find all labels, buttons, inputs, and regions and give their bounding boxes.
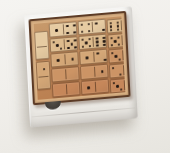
tile-half: [108, 34, 123, 49]
domino-tile[interactable]: [51, 81, 80, 97]
pip: [117, 25, 120, 28]
domino-tile[interactable]: [51, 66, 80, 82]
box-lid-and-base: [24, 6, 137, 127]
pip: [81, 38, 84, 41]
pip: [87, 23, 90, 26]
pip: [117, 43, 120, 46]
tile-half: [81, 80, 96, 95]
domino-tile[interactable]: [78, 33, 107, 49]
pip: [104, 58, 107, 61]
tile-half: [36, 46, 51, 61]
tile-half: [65, 52, 80, 67]
pip: [66, 25, 69, 28]
pip: [89, 45, 92, 48]
pip: [43, 68, 46, 71]
pip: [119, 73, 122, 76]
tile-half: [80, 50, 95, 65]
pip: [120, 88, 123, 91]
domino-tile[interactable]: [48, 21, 77, 37]
pip: [66, 32, 69, 35]
pip: [109, 22, 112, 25]
pip: [57, 59, 60, 62]
tile-divider: [124, 80, 125, 90]
tile-half: [96, 79, 111, 94]
pip: [124, 21, 126, 24]
pip: [103, 36, 106, 39]
tile-half: [109, 64, 124, 79]
domino-tile[interactable]: [36, 61, 51, 90]
pip: [112, 82, 115, 85]
pip: [67, 40, 70, 43]
pip: [86, 57, 89, 60]
domino-tile[interactable]: [49, 36, 78, 52]
tile-half: [78, 20, 93, 35]
domino-tile[interactable]: [106, 17, 125, 33]
pip: [87, 86, 90, 89]
pip: [110, 25, 113, 28]
pip: [88, 38, 91, 41]
pip: [71, 58, 74, 61]
pip: [82, 45, 85, 48]
tile-half: [93, 34, 108, 49]
pip: [52, 41, 55, 44]
pip: [81, 30, 84, 33]
pip: [70, 43, 73, 46]
tile-divider: [121, 35, 122, 45]
pip: [73, 31, 76, 34]
domino-tile[interactable]: [79, 48, 108, 64]
tile-half: [49, 23, 64, 38]
tile-half: [122, 33, 125, 48]
pip: [80, 23, 83, 26]
pip: [85, 42, 88, 45]
scene-background: [0, 0, 170, 153]
domino-box: [24, 6, 137, 127]
pip: [67, 47, 70, 50]
tile-half: [94, 49, 109, 64]
pip: [95, 22, 98, 25]
pip: [88, 30, 91, 33]
pip: [112, 67, 115, 70]
tile-half: [64, 37, 79, 52]
pip: [96, 37, 99, 40]
pip: [74, 46, 77, 49]
pip: [116, 21, 119, 24]
pip: [124, 36, 125, 39]
tile-half: [52, 83, 67, 98]
tile-half: [80, 65, 95, 80]
tile-half: [67, 82, 82, 97]
pip: [60, 47, 63, 50]
domino-field: [34, 16, 126, 100]
domino-tile[interactable]: [108, 62, 125, 78]
pip: [124, 28, 125, 31]
pip: [114, 40, 117, 43]
pip: [116, 85, 119, 88]
domino-tile[interactable]: [79, 63, 108, 79]
pip: [117, 36, 120, 39]
tile-half: [121, 18, 125, 33]
pip: [103, 43, 106, 46]
pip: [96, 41, 99, 44]
box-lid-seam: [32, 107, 136, 117]
pip: [96, 44, 99, 47]
pip: [73, 24, 76, 27]
tile-half: [51, 53, 66, 68]
tile-half: [79, 35, 94, 50]
pip: [55, 29, 58, 32]
domino-tile[interactable]: [109, 77, 125, 93]
pip: [117, 28, 120, 31]
pip: [103, 40, 106, 43]
tile-half: [66, 67, 81, 82]
tile-half: [95, 64, 110, 79]
pip: [96, 52, 99, 55]
domino-tile[interactable]: [34, 31, 49, 60]
pip: [118, 58, 121, 61]
domino-tray: [28, 11, 130, 105]
pip: [74, 39, 77, 42]
tile-half: [37, 62, 52, 77]
tile-half: [38, 76, 53, 91]
domino-tile[interactable]: [50, 51, 79, 67]
pip: [111, 52, 114, 55]
domino-tile[interactable]: [80, 78, 109, 94]
tile-half: [35, 32, 50, 47]
tile-half: [50, 38, 65, 53]
pip: [115, 55, 118, 58]
thumb-notch: [45, 101, 61, 110]
pip: [111, 44, 114, 47]
tile-half: [52, 68, 67, 83]
domino-tile[interactable]: [108, 47, 126, 63]
pip: [102, 28, 105, 31]
pip: [110, 37, 113, 40]
tile-half: [64, 22, 79, 37]
pip: [101, 70, 104, 73]
tile-half: [107, 19, 122, 34]
tile-half: [92, 19, 107, 34]
tile-half: [110, 79, 125, 94]
pip: [56, 44, 59, 47]
domino-tile[interactable]: [77, 18, 106, 34]
tile-half: [109, 49, 124, 64]
pip: [110, 29, 113, 32]
domino-tile[interactable]: [107, 32, 126, 48]
